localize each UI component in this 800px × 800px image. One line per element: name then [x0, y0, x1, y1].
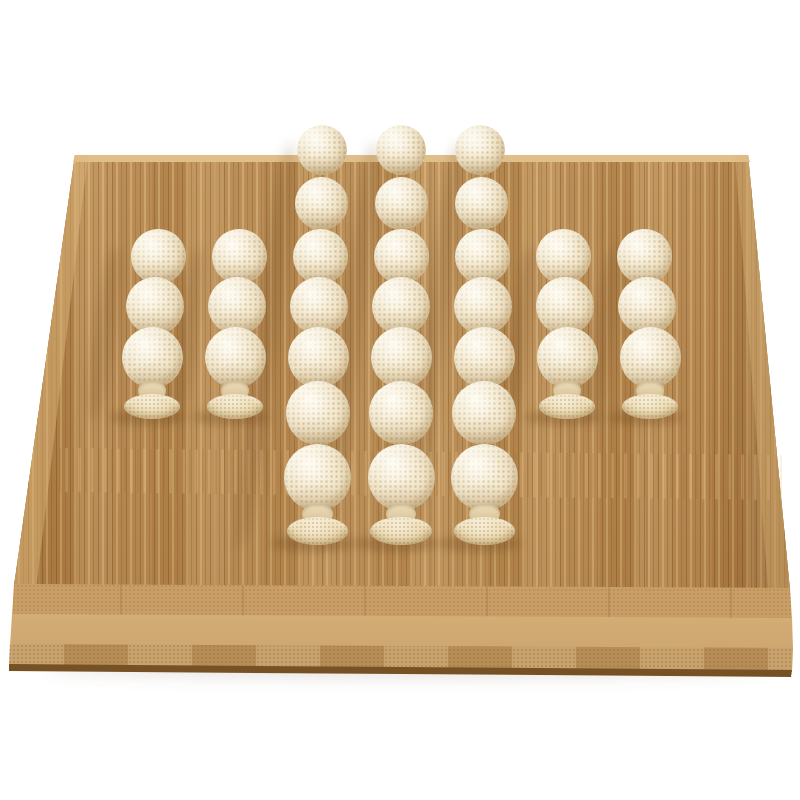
peg-ball: [455, 177, 508, 230]
board-void: [165, 155, 267, 215]
peg[interactable]: [617, 229, 672, 284]
peg[interactable]: [454, 327, 515, 388]
peg-ball: [288, 327, 349, 388]
peg[interactable]: [371, 327, 432, 388]
peg-foot: [539, 394, 595, 420]
peg-ball: [620, 327, 681, 388]
peg-ball: [376, 125, 426, 175]
peg[interactable]: [295, 177, 348, 230]
peg-ball: [454, 327, 515, 388]
peg-ball: [374, 229, 429, 284]
peg-foot: [207, 394, 263, 420]
peg[interactable]: [284, 444, 351, 551]
peg-foot: [124, 394, 180, 420]
peg-ball: [452, 381, 516, 445]
board-void: [686, 556, 800, 634]
peg-ball: [131, 229, 186, 284]
board-void: [556, 155, 658, 215]
board-void: [572, 482, 686, 556]
peg[interactable]: [537, 327, 598, 425]
peg-ball: [293, 229, 348, 284]
peg[interactable]: [286, 381, 350, 445]
hole-cell[interactable]: [674, 411, 788, 482]
board-void: [66, 155, 170, 215]
peg[interactable]: [455, 177, 508, 230]
peg-foot: [622, 394, 678, 420]
peg[interactable]: [451, 444, 518, 551]
peg-ball: [617, 229, 672, 284]
peg-ball: [295, 177, 348, 230]
peg-ball: [284, 444, 351, 511]
peg-ball: [537, 327, 598, 388]
peg-ball: [212, 229, 267, 284]
peg-foot: [287, 517, 349, 545]
board-void: [652, 155, 756, 215]
peg[interactable]: [212, 229, 267, 284]
peg-foot: [370, 517, 432, 545]
hole-cell[interactable]: [242, 556, 356, 634]
peg[interactable]: [620, 327, 681, 425]
peg-ball: [122, 327, 183, 388]
peg-ball: [455, 229, 510, 284]
peg[interactable]: [374, 229, 429, 284]
board-void: [17, 556, 136, 634]
peg[interactable]: [455, 125, 505, 175]
board-void: [680, 482, 796, 556]
board-void: [26, 482, 142, 556]
peg-ball: [375, 177, 428, 230]
hole-cell[interactable]: [355, 556, 468, 634]
peg-foot: [454, 517, 516, 545]
peg[interactable]: [131, 229, 186, 284]
peg-ball: [286, 381, 350, 445]
peg-ball: [455, 125, 505, 175]
board-void: [576, 556, 693, 634]
peg[interactable]: [452, 381, 516, 445]
peg[interactable]: [376, 125, 426, 175]
peg-ball: [536, 229, 591, 284]
peg[interactable]: [369, 381, 433, 445]
board-void: [129, 556, 246, 634]
peg-ball: [369, 381, 433, 445]
photo-stage: [0, 0, 800, 800]
hole-cell[interactable]: [466, 556, 580, 634]
peg-ball: [297, 125, 347, 175]
peg[interactable]: [455, 229, 510, 284]
peg-ball: [451, 444, 518, 511]
peg[interactable]: [293, 229, 348, 284]
peg[interactable]: [297, 125, 347, 175]
peg[interactable]: [288, 327, 349, 388]
peg[interactable]: [205, 327, 266, 425]
peg[interactable]: [122, 327, 183, 425]
peg-ball: [205, 327, 266, 388]
peg[interactable]: [368, 444, 435, 551]
board-void: [136, 482, 250, 556]
peg[interactable]: [375, 177, 428, 230]
peg-ball: [371, 327, 432, 388]
peg[interactable]: [536, 229, 591, 284]
hole-cell[interactable]: [668, 342, 779, 410]
peg-ball: [368, 444, 435, 511]
board-void: [657, 215, 763, 277]
